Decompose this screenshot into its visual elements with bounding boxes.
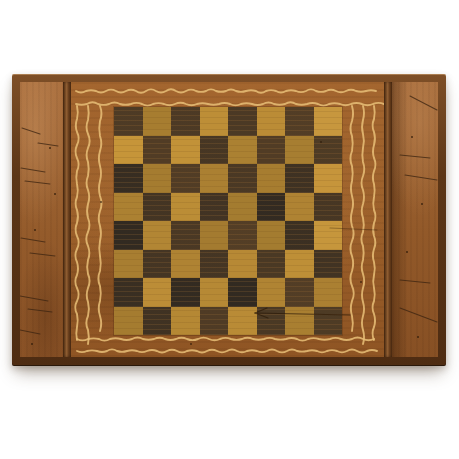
square-a3[interactable] — [114, 250, 143, 279]
square-e7[interactable] — [228, 136, 257, 165]
square-g7[interactable] — [285, 136, 314, 165]
square-d7[interactable] — [200, 136, 229, 165]
square-c4[interactable] — [171, 221, 200, 250]
painted-wavy-line — [361, 106, 364, 344]
square-f6[interactable] — [257, 164, 286, 193]
square-a2[interactable] — [114, 278, 143, 307]
square-h5[interactable] — [314, 193, 343, 222]
square-c7[interactable] — [171, 136, 200, 165]
painted-wavy-line — [75, 106, 78, 340]
square-d2[interactable] — [200, 278, 229, 307]
square-b7[interactable] — [143, 136, 172, 165]
square-c3[interactable] — [171, 250, 200, 279]
square-a4[interactable] — [114, 221, 143, 250]
square-d1[interactable] — [200, 307, 229, 336]
square-f5[interactable] — [257, 193, 286, 222]
square-b6[interactable] — [143, 164, 172, 193]
square-a5[interactable] — [114, 193, 143, 222]
painted-wavy-line — [98, 106, 101, 331]
square-f7[interactable] — [257, 136, 286, 165]
photo-background — [0, 0, 459, 459]
square-a7[interactable] — [114, 136, 143, 165]
square-g5[interactable] — [285, 193, 314, 222]
painted-wavy-line — [86, 106, 89, 344]
square-d4[interactable] — [200, 221, 229, 250]
square-f1[interactable] — [257, 307, 286, 336]
square-d5[interactable] — [200, 193, 229, 222]
divider-rail-right — [384, 82, 392, 357]
painted-wavy-line — [77, 349, 377, 352]
left-end-panel — [20, 82, 63, 357]
square-c6[interactable] — [171, 164, 200, 193]
square-b4[interactable] — [143, 221, 172, 250]
square-b8[interactable] — [143, 107, 172, 136]
right-end-panel — [392, 82, 438, 357]
divider-rail-left — [63, 82, 71, 357]
square-e8[interactable] — [228, 107, 257, 136]
square-f3[interactable] — [257, 250, 286, 279]
tray-inner — [20, 82, 438, 357]
square-h6[interactable] — [314, 164, 343, 193]
square-d3[interactable] — [200, 250, 229, 279]
square-d6[interactable] — [200, 164, 229, 193]
square-c5[interactable] — [171, 193, 200, 222]
square-h8[interactable] — [314, 107, 343, 136]
painted-wavy-line — [350, 106, 353, 331]
square-b1[interactable] — [143, 307, 172, 336]
wood-crack-lines — [20, 82, 63, 357]
square-e2[interactable] — [228, 278, 257, 307]
square-e4[interactable] — [228, 221, 257, 250]
square-a6[interactable] — [114, 164, 143, 193]
square-g4[interactable] — [285, 221, 314, 250]
wood-crack-lines — [392, 82, 438, 357]
square-h1[interactable] — [314, 307, 343, 336]
square-f4[interactable] — [257, 221, 286, 250]
painted-wavy-line — [373, 106, 376, 340]
square-h3[interactable] — [314, 250, 343, 279]
square-h7[interactable] — [314, 136, 343, 165]
square-f2[interactable] — [257, 278, 286, 307]
square-g8[interactable] — [285, 107, 314, 136]
painted-wavy-line — [76, 89, 376, 92]
painted-wavy-line — [76, 102, 384, 105]
checkers-board-tray — [12, 74, 446, 366]
square-g1[interactable] — [285, 307, 314, 336]
square-c2[interactable] — [171, 278, 200, 307]
square-h4[interactable] — [314, 221, 343, 250]
square-e3[interactable] — [228, 250, 257, 279]
square-g6[interactable] — [285, 164, 314, 193]
square-g2[interactable] — [285, 278, 314, 307]
square-d8[interactable] — [200, 107, 229, 136]
painted-wavy-line — [77, 337, 374, 340]
square-c1[interactable] — [171, 307, 200, 336]
checkerboard — [114, 107, 342, 335]
square-b3[interactable] — [143, 250, 172, 279]
square-e6[interactable] — [228, 164, 257, 193]
square-e5[interactable] — [228, 193, 257, 222]
square-a1[interactable] — [114, 307, 143, 336]
square-a8[interactable] — [114, 107, 143, 136]
center-panel — [71, 82, 384, 357]
square-b5[interactable] — [143, 193, 172, 222]
square-h2[interactable] — [314, 278, 343, 307]
square-f8[interactable] — [257, 107, 286, 136]
square-g3[interactable] — [285, 250, 314, 279]
square-e1[interactable] — [228, 307, 257, 336]
square-b2[interactable] — [143, 278, 172, 307]
square-c8[interactable] — [171, 107, 200, 136]
